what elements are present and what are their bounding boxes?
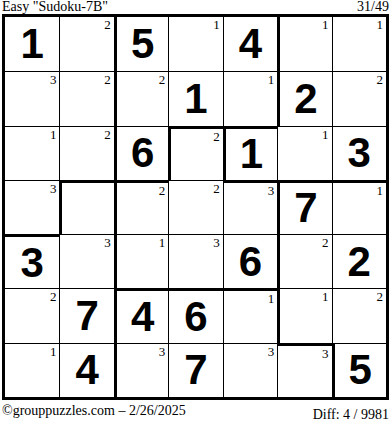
cell-r4c7: 1 xyxy=(332,180,386,234)
corner-mark: 3 xyxy=(213,235,220,250)
cell-r2c1: 3 xyxy=(5,71,59,125)
cell-r6c4: 6 xyxy=(168,288,222,342)
corner-mark: 1 xyxy=(159,235,166,250)
given-digit: 2 xyxy=(348,241,371,283)
given-digit: 4 xyxy=(239,23,262,65)
given-digit: 1 xyxy=(240,133,263,175)
corner-mark: 2 xyxy=(322,235,329,250)
cell-r6c7: 2 xyxy=(332,288,386,342)
corner-mark: 2 xyxy=(159,72,166,87)
corner-mark: 2 xyxy=(159,183,166,198)
corner-mark: 2 xyxy=(213,129,220,144)
cell-r6c2: 7 xyxy=(59,288,113,342)
cell-r1c6: 1 xyxy=(277,17,331,71)
cell-r5c7: 2 xyxy=(332,234,386,288)
difficulty-text: Diff: 4 / 9981 xyxy=(313,407,389,422)
corner-mark: 1 xyxy=(268,72,275,87)
corner-mark: 1 xyxy=(213,17,220,32)
given-digit: 5 xyxy=(131,23,154,65)
cell-r6c6: 1 xyxy=(277,288,331,342)
given-digit: 7 xyxy=(294,187,317,229)
given-digit: 7 xyxy=(184,349,207,391)
corner-mark: 1 xyxy=(376,183,383,198)
cell-r4c1: 3 xyxy=(5,180,59,234)
corner-mark: 2 xyxy=(376,72,383,87)
cell-r4c3: 2 xyxy=(114,180,168,234)
given-digit: 7 xyxy=(75,295,98,337)
corner-mark: 3 xyxy=(159,344,166,359)
corner-mark: 3 xyxy=(50,181,57,196)
corner-mark: 3 xyxy=(50,72,57,87)
sudoku-board: 1251411322112212621133223713313622274611… xyxy=(2,14,389,400)
given-digit: 6 xyxy=(131,132,154,174)
cell-r5c4: 3 xyxy=(168,234,222,288)
cell-r1c1: 1 xyxy=(5,17,59,71)
cell-r6c5: 1 xyxy=(223,288,277,342)
cell-r1c4: 1 xyxy=(168,17,222,71)
cell-r2c4: 1 xyxy=(168,71,222,125)
cell-r2c3: 2 xyxy=(114,71,168,125)
puzzle-title: Easy "Sudoku-7B" xyxy=(2,0,108,13)
cell-r3c2: 2 xyxy=(59,126,113,180)
corner-mark: 1 xyxy=(322,17,329,32)
cells-counter: 31/49 xyxy=(357,0,389,13)
cell-r3c4: 2 xyxy=(168,126,222,180)
cell-r3c6: 1 xyxy=(277,126,331,180)
cell-r4c2 xyxy=(59,180,113,234)
cell-r7c3: 3 xyxy=(114,343,168,397)
cell-r7c6: 3 xyxy=(277,343,331,397)
corner-mark: 1 xyxy=(268,291,275,306)
cell-r7c7: 5 xyxy=(332,343,386,397)
cell-r1c5: 4 xyxy=(223,17,277,71)
given-digit: 5 xyxy=(349,349,372,391)
corner-mark: 1 xyxy=(50,344,57,359)
corner-mark: 1 xyxy=(322,127,329,142)
corner-mark: 2 xyxy=(50,289,57,304)
corner-mark: 3 xyxy=(322,346,329,361)
given-digit: 1 xyxy=(184,78,207,120)
page-footer: ©grouppuzzles.com – 2/26/2025 Diff: 4 / … xyxy=(2,403,389,418)
cell-r4c6: 7 xyxy=(277,180,331,234)
cell-r4c4: 2 xyxy=(168,180,222,234)
cell-r7c4: 7 xyxy=(168,343,222,397)
corner-mark: 1 xyxy=(50,127,57,142)
given-digit: 2 xyxy=(294,78,317,120)
cell-r5c2: 3 xyxy=(59,234,113,288)
cell-r7c2: 4 xyxy=(59,343,113,397)
cell-r3c1: 1 xyxy=(5,126,59,180)
corner-mark: 1 xyxy=(376,17,383,32)
given-digit: 3 xyxy=(21,242,44,284)
given-digit: 3 xyxy=(348,132,371,174)
cell-r5c5: 6 xyxy=(223,234,277,288)
given-digit: 6 xyxy=(184,296,207,338)
given-digit: 4 xyxy=(75,349,98,391)
cell-r2c2: 2 xyxy=(59,71,113,125)
corner-mark: 3 xyxy=(268,183,275,198)
given-digit: 4 xyxy=(131,296,154,338)
cell-r2c6: 2 xyxy=(277,71,331,125)
given-digit: 6 xyxy=(239,241,262,283)
corner-mark: 1 xyxy=(322,289,329,304)
cell-r1c3: 5 xyxy=(114,17,168,71)
cell-r3c3: 6 xyxy=(114,126,168,180)
cell-r5c6: 2 xyxy=(277,234,331,288)
cell-r3c7: 3 xyxy=(332,126,386,180)
cell-r1c7: 1 xyxy=(332,17,386,71)
cell-r4c5: 3 xyxy=(223,180,277,234)
cell-r6c1: 2 xyxy=(5,288,59,342)
corner-mark: 3 xyxy=(268,344,275,359)
page-header: Easy "Sudoku-7B" 31/49 xyxy=(2,0,389,13)
cell-r5c1: 3 xyxy=(5,234,59,288)
cell-r3c5: 1 xyxy=(223,126,277,180)
cell-r7c5: 3 xyxy=(223,343,277,397)
corner-mark: 2 xyxy=(376,289,383,304)
corner-mark: 2 xyxy=(104,17,111,32)
corner-mark: 2 xyxy=(104,72,111,87)
cell-r6c3: 4 xyxy=(114,288,168,342)
corner-mark: 2 xyxy=(104,127,111,142)
cell-r2c7: 2 xyxy=(332,71,386,125)
cell-r1c2: 2 xyxy=(59,17,113,71)
cell-r7c1: 1 xyxy=(5,343,59,397)
copyright-date-text: ©grouppuzzles.com – 2/26/2025 xyxy=(2,403,186,418)
given-digit: 1 xyxy=(21,23,44,65)
corner-mark: 2 xyxy=(213,181,220,196)
cell-r5c3: 1 xyxy=(114,234,168,288)
corner-mark: 3 xyxy=(104,235,111,250)
cell-r2c5: 1 xyxy=(223,71,277,125)
